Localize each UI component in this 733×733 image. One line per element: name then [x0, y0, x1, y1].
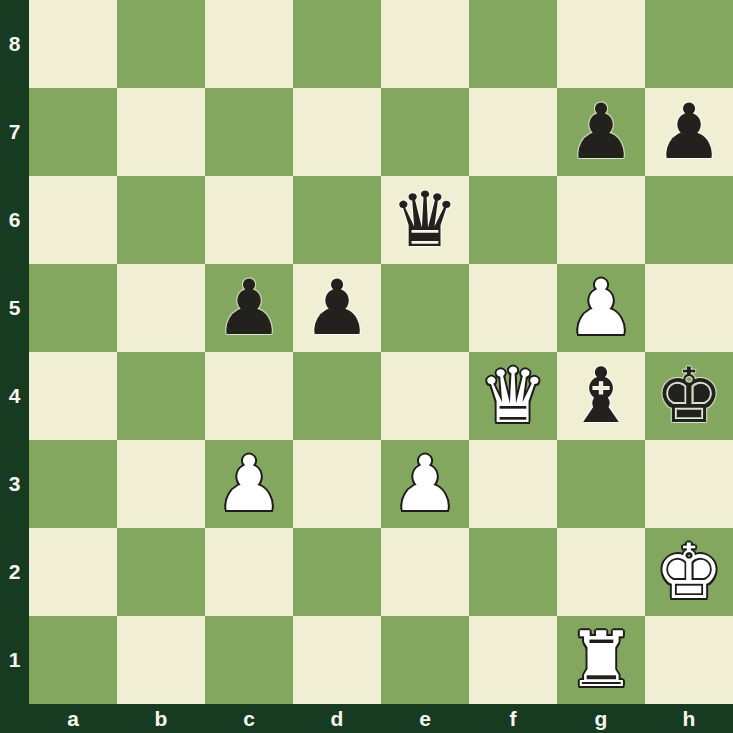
- square-b7[interactable]: [117, 88, 205, 176]
- square-b1[interactable]: [117, 616, 205, 704]
- black-pawn-icon[interactable]: ♟: [215, 264, 283, 352]
- square-a3[interactable]: [29, 440, 117, 528]
- square-f7[interactable]: [469, 88, 557, 176]
- square-c5[interactable]: ♟: [205, 264, 293, 352]
- square-a6[interactable]: [29, 176, 117, 264]
- white-queen-icon[interactable]: ♛: [479, 352, 547, 440]
- square-h8[interactable]: [645, 0, 733, 88]
- square-b8[interactable]: [117, 0, 205, 88]
- square-b6[interactable]: [117, 176, 205, 264]
- square-d3[interactable]: [293, 440, 381, 528]
- square-e3[interactable]: ♟: [381, 440, 469, 528]
- square-h2[interactable]: ♚: [645, 528, 733, 616]
- square-e6[interactable]: ♛: [381, 176, 469, 264]
- square-h3[interactable]: [645, 440, 733, 528]
- square-d2[interactable]: [293, 528, 381, 616]
- square-e2[interactable]: [381, 528, 469, 616]
- square-f5[interactable]: [469, 264, 557, 352]
- square-c4[interactable]: [205, 352, 293, 440]
- rank-label-5: 5: [0, 264, 29, 352]
- square-e5[interactable]: [381, 264, 469, 352]
- square-g6[interactable]: [557, 176, 645, 264]
- square-a7[interactable]: [29, 88, 117, 176]
- file-label-d: d: [293, 704, 381, 733]
- white-pawn-icon[interactable]: ♟: [391, 440, 459, 528]
- file-label-e: e: [381, 704, 469, 733]
- file-label-g: g: [557, 704, 645, 733]
- square-h7[interactable]: ♟: [645, 88, 733, 176]
- square-c3[interactable]: ♟: [205, 440, 293, 528]
- square-f2[interactable]: [469, 528, 557, 616]
- square-d8[interactable]: [293, 0, 381, 88]
- square-g2[interactable]: [557, 528, 645, 616]
- square-g8[interactable]: [557, 0, 645, 88]
- square-f6[interactable]: [469, 176, 557, 264]
- square-c6[interactable]: [205, 176, 293, 264]
- rank-label-4: 4: [0, 352, 29, 440]
- black-king-icon[interactable]: ♚: [655, 352, 723, 440]
- square-e7[interactable]: [381, 88, 469, 176]
- square-g3[interactable]: [557, 440, 645, 528]
- square-e8[interactable]: [381, 0, 469, 88]
- square-g7[interactable]: ♟: [557, 88, 645, 176]
- square-c1[interactable]: [205, 616, 293, 704]
- rank-label-8: 8: [0, 0, 29, 88]
- square-e1[interactable]: [381, 616, 469, 704]
- square-a5[interactable]: [29, 264, 117, 352]
- file-label-c: c: [205, 704, 293, 733]
- square-h4[interactable]: ♚: [645, 352, 733, 440]
- square-a2[interactable]: [29, 528, 117, 616]
- square-f8[interactable]: [469, 0, 557, 88]
- file-label-h: h: [645, 704, 733, 733]
- white-rook-icon[interactable]: ♜: [567, 616, 635, 704]
- square-f4[interactable]: ♛: [469, 352, 557, 440]
- rank-label-1: 1: [0, 616, 29, 704]
- black-bishop-icon[interactable]: ♝: [567, 352, 635, 440]
- gutter-corner: [0, 704, 29, 733]
- square-b4[interactable]: [117, 352, 205, 440]
- square-h5[interactable]: [645, 264, 733, 352]
- square-c2[interactable]: [205, 528, 293, 616]
- square-g5[interactable]: ♟: [557, 264, 645, 352]
- rank-label-7: 7: [0, 88, 29, 176]
- square-b2[interactable]: [117, 528, 205, 616]
- square-g4[interactable]: ♝: [557, 352, 645, 440]
- black-queen-icon[interactable]: ♛: [391, 176, 459, 264]
- rank-label-2: 2: [0, 528, 29, 616]
- square-h1[interactable]: [645, 616, 733, 704]
- white-pawn-icon[interactable]: ♟: [215, 440, 283, 528]
- black-pawn-icon[interactable]: ♟: [303, 264, 371, 352]
- square-d4[interactable]: [293, 352, 381, 440]
- black-pawn-icon[interactable]: ♟: [655, 88, 723, 176]
- square-b5[interactable]: [117, 264, 205, 352]
- square-a4[interactable]: [29, 352, 117, 440]
- black-pawn-icon[interactable]: ♟: [567, 88, 635, 176]
- file-label-f: f: [469, 704, 557, 733]
- square-g1[interactable]: ♜: [557, 616, 645, 704]
- square-a8[interactable]: [29, 0, 117, 88]
- file-label-a: a: [29, 704, 117, 733]
- square-c7[interactable]: [205, 88, 293, 176]
- rank-label-3: 3: [0, 440, 29, 528]
- square-a1[interactable]: [29, 616, 117, 704]
- square-f3[interactable]: [469, 440, 557, 528]
- square-d6[interactable]: [293, 176, 381, 264]
- square-c8[interactable]: [205, 0, 293, 88]
- square-b3[interactable]: [117, 440, 205, 528]
- square-h6[interactable]: [645, 176, 733, 264]
- white-king-icon[interactable]: ♚: [655, 528, 723, 616]
- file-label-b: b: [117, 704, 205, 733]
- white-pawn-icon[interactable]: ♟: [567, 264, 635, 352]
- chess-board: 87♟♟6♛5♟♟♟4♛♝♚3♟♟2♚1♜abcdefgh: [0, 0, 733, 733]
- square-d5[interactable]: ♟: [293, 264, 381, 352]
- square-d1[interactable]: [293, 616, 381, 704]
- square-d7[interactable]: [293, 88, 381, 176]
- square-f1[interactable]: [469, 616, 557, 704]
- square-e4[interactable]: [381, 352, 469, 440]
- rank-label-6: 6: [0, 176, 29, 264]
